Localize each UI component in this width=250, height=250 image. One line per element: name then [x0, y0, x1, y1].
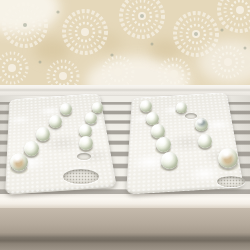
empty-well	[185, 113, 197, 119]
pearl	[36, 127, 50, 141]
pearl	[156, 137, 171, 152]
pearl	[79, 136, 93, 150]
pearl	[49, 115, 62, 128]
empty-well	[77, 153, 91, 160]
pearl	[176, 102, 187, 113]
pearl	[151, 124, 165, 138]
pearl	[79, 124, 92, 137]
windowsill-pearls-photo	[0, 0, 250, 250]
pearl	[24, 141, 39, 156]
pearl	[198, 134, 212, 148]
pearl	[60, 103, 72, 115]
pearl	[161, 152, 178, 169]
large-well	[217, 176, 245, 187]
large-well	[63, 169, 99, 184]
pearl	[10, 153, 28, 171]
pearl	[218, 148, 238, 168]
pearl	[85, 112, 97, 124]
pearls-layer	[0, 0, 250, 250]
pearl	[140, 100, 152, 112]
pearl	[92, 102, 103, 113]
pearl	[195, 118, 208, 131]
pearl	[146, 112, 159, 125]
